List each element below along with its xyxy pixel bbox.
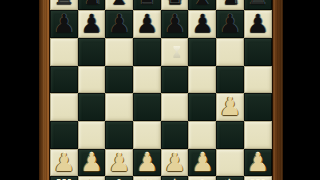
piece-white-pawn[interactable]: ♟ bbox=[80, 150, 102, 175]
square-g1[interactable]: ♞ bbox=[216, 176, 244, 180]
square-f5[interactable] bbox=[188, 66, 216, 94]
square-e6[interactable] bbox=[161, 38, 189, 66]
piece-black-pawn[interactable]: ♟ bbox=[53, 11, 75, 36]
square-e2[interactable]: ♟ bbox=[161, 149, 189, 177]
square-g3[interactable] bbox=[216, 121, 244, 149]
square-g7[interactable]: ♟ bbox=[216, 10, 244, 38]
square-h5[interactable] bbox=[244, 66, 272, 94]
chess-app-window: ♜♞♝♛♚♝♞♜♟♟♟♟♟♟♟♟♟♟♟♟♟♟♟♟♜♞♝♛♚♝♞♜ bbox=[0, 0, 320, 180]
piece-black-rook[interactable]: ♜ bbox=[247, 0, 269, 8]
piece-white-pawn[interactable]: ♟ bbox=[108, 150, 130, 175]
square-a4[interactable] bbox=[50, 93, 78, 121]
square-e3[interactable] bbox=[161, 121, 189, 149]
square-c4[interactable] bbox=[105, 93, 133, 121]
square-e7[interactable]: ♟ bbox=[161, 10, 189, 38]
piece-black-pawn[interactable]: ♟ bbox=[191, 11, 213, 36]
square-b1[interactable]: ♞ bbox=[78, 176, 106, 180]
square-a3[interactable] bbox=[50, 121, 78, 149]
piece-black-knight[interactable]: ♞ bbox=[219, 0, 241, 8]
square-f2[interactable]: ♟ bbox=[188, 149, 216, 177]
piece-white-pawn[interactable]: ♟ bbox=[247, 150, 269, 175]
piece-black-pawn[interactable]: ♟ bbox=[136, 11, 158, 36]
square-a6[interactable] bbox=[50, 38, 78, 66]
square-h7[interactable]: ♟ bbox=[244, 10, 272, 38]
square-h4[interactable] bbox=[244, 93, 272, 121]
square-f6[interactable] bbox=[188, 38, 216, 66]
piece-white-pawn[interactable]: ♟ bbox=[136, 150, 158, 175]
piece-black-knight[interactable]: ♞ bbox=[80, 0, 102, 8]
square-g2[interactable] bbox=[216, 149, 244, 177]
square-d1[interactable]: ♛ bbox=[133, 176, 161, 180]
square-d3[interactable] bbox=[133, 121, 161, 149]
piece-white-king[interactable]: ♚ bbox=[163, 177, 185, 180]
square-d6[interactable] bbox=[133, 38, 161, 66]
piece-white-pawn[interactable]: ♟ bbox=[163, 150, 185, 175]
square-b7[interactable]: ♟ bbox=[78, 10, 106, 38]
square-a1[interactable]: ♜ bbox=[50, 176, 78, 180]
square-f3[interactable] bbox=[188, 121, 216, 149]
square-b5[interactable] bbox=[78, 66, 106, 94]
square-h1[interactable]: ♜ bbox=[244, 176, 272, 180]
square-c7[interactable]: ♟ bbox=[105, 10, 133, 38]
piece-black-pawn[interactable]: ♟ bbox=[80, 11, 102, 36]
square-b6[interactable] bbox=[78, 38, 106, 66]
square-a5[interactable] bbox=[50, 66, 78, 94]
square-h6[interactable] bbox=[244, 38, 272, 66]
piece-white-bishop[interactable]: ♝ bbox=[108, 177, 130, 180]
piece-black-bishop[interactable]: ♝ bbox=[108, 0, 130, 8]
piece-white-rook[interactable]: ♜ bbox=[247, 177, 269, 180]
square-a7[interactable]: ♟ bbox=[50, 10, 78, 38]
square-e1[interactable]: ♚ bbox=[161, 176, 189, 180]
square-d5[interactable] bbox=[133, 66, 161, 94]
square-e5[interactable] bbox=[161, 66, 189, 94]
square-e4[interactable] bbox=[161, 93, 189, 121]
square-h3[interactable] bbox=[244, 121, 272, 149]
piece-black-queen[interactable]: ♛ bbox=[136, 0, 158, 8]
piece-black-pawn[interactable]: ♟ bbox=[247, 11, 269, 36]
square-g5[interactable] bbox=[216, 66, 244, 94]
piece-white-pawn[interactable]: ♟ bbox=[219, 94, 241, 119]
square-d2[interactable]: ♟ bbox=[133, 149, 161, 177]
square-b4[interactable] bbox=[78, 93, 106, 121]
square-f4[interactable] bbox=[188, 93, 216, 121]
square-c6[interactable] bbox=[105, 38, 133, 66]
piece-black-king[interactable]: ♚ bbox=[163, 0, 185, 8]
piece-white-knight[interactable]: ♞ bbox=[80, 177, 102, 180]
square-a2[interactable]: ♟ bbox=[50, 149, 78, 177]
piece-white-pawn[interactable]: ♟ bbox=[191, 150, 213, 175]
piece-white-knight[interactable]: ♞ bbox=[219, 177, 241, 180]
square-f7[interactable]: ♟ bbox=[188, 10, 216, 38]
square-g6[interactable] bbox=[216, 38, 244, 66]
square-b2[interactable]: ♟ bbox=[78, 149, 106, 177]
square-c3[interactable] bbox=[105, 121, 133, 149]
square-c2[interactable]: ♟ bbox=[105, 149, 133, 177]
square-d4[interactable] bbox=[133, 93, 161, 121]
piece-white-queen[interactable]: ♛ bbox=[136, 177, 158, 180]
square-c5[interactable] bbox=[105, 66, 133, 94]
square-b3[interactable] bbox=[78, 121, 106, 149]
square-h2[interactable]: ♟ bbox=[244, 149, 272, 177]
square-g4[interactable]: ♟ bbox=[216, 93, 244, 121]
piece-black-pawn[interactable]: ♟ bbox=[163, 11, 185, 36]
piece-white-rook[interactable]: ♜ bbox=[53, 177, 75, 180]
square-c1[interactable]: ♝ bbox=[105, 176, 133, 180]
chess-board[interactable]: ♜♞♝♛♚♝♞♜♟♟♟♟♟♟♟♟♟♟♟♟♟♟♟♟♜♞♝♛♚♝♞♜ bbox=[50, 0, 272, 180]
square-f1[interactable]: ♝ bbox=[188, 176, 216, 180]
piece-black-pawn[interactable]: ♟ bbox=[108, 11, 130, 36]
piece-white-pawn[interactable]: ♟ bbox=[53, 150, 75, 175]
square-d7[interactable]: ♟ bbox=[133, 10, 161, 38]
piece-white-bishop[interactable]: ♝ bbox=[191, 177, 213, 180]
piece-black-rook[interactable]: ♜ bbox=[53, 0, 75, 8]
piece-black-bishop[interactable]: ♝ bbox=[191, 0, 213, 8]
piece-black-pawn[interactable]: ♟ bbox=[219, 11, 241, 36]
